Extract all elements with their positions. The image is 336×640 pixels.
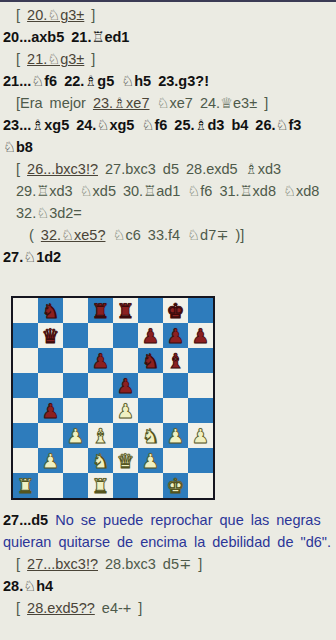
- square-c6: [63, 348, 88, 373]
- text-segment: e4-+ ]: [95, 600, 143, 616]
- square-d6: ♟: [88, 348, 113, 373]
- mainline-moves: 20...axb5 21.♖ed1: [2, 26, 331, 48]
- text-segment: 28.♘h4: [3, 578, 53, 594]
- square-h1: [188, 473, 213, 498]
- mainline-moves: 21...♘f6 22.♗g5 ♘h5 23.g3?!: [2, 70, 331, 92]
- square-h8: [188, 298, 213, 323]
- white-rook-d1: ♜: [92, 476, 110, 496]
- white-pawn-h3: ♟: [192, 426, 210, 446]
- variation-line: [ 20.♘g3± ]: [2, 4, 332, 26]
- text-segment: [: [16, 600, 27, 616]
- black-knight-f6: ♞: [142, 351, 160, 371]
- square-a3: [13, 423, 38, 448]
- text-segment: 20...axb5 21.♖ed1: [3, 29, 129, 45]
- square-b8: ♞: [38, 298, 63, 323]
- black-king-g8: ♚: [167, 301, 185, 321]
- text-segment: 27.♘1d2: [3, 249, 61, 265]
- square-c4: [63, 398, 88, 423]
- white-pawn-f2: ♟: [142, 451, 160, 471]
- white-pawn-b2: ♟: [42, 451, 60, 471]
- square-e1: [113, 473, 138, 498]
- variation-link[interactable]: 27...bxc3!?: [27, 556, 98, 572]
- white-knight-f3: ♞: [142, 426, 160, 446]
- variation-line: [ 27...bxc3!? 28.bxc3 d5∓ ]: [2, 553, 332, 575]
- mainline-moves: 28.♘h4: [2, 575, 331, 597]
- square-f5: [138, 373, 163, 398]
- text-segment: (: [29, 227, 41, 243]
- black-pawn-d6: ♟: [92, 351, 110, 371]
- square-d3: ♝: [88, 423, 113, 448]
- square-b3: [38, 423, 63, 448]
- square-a7: [13, 323, 38, 348]
- square-f6: ♞: [138, 348, 163, 373]
- square-d2: ♞: [88, 448, 113, 473]
- square-a4: [13, 398, 38, 423]
- mainline-moves: 27.♘1d2: [2, 246, 331, 268]
- text-segment: 23...♗xg5 24.♘xg5 ♘f6 25.♗d3 b4 26.♘f3 ♘…: [3, 117, 301, 155]
- square-c7: [63, 323, 88, 348]
- black-pawn-f7: ♟: [142, 326, 160, 346]
- square-a8: [13, 298, 38, 323]
- square-e3: [113, 423, 138, 448]
- square-h2: [188, 448, 213, 473]
- square-e6: [113, 348, 138, 373]
- square-d1: ♜: [88, 473, 113, 498]
- mainline-move-with-comment: 27...d5 No se puede reprochar que las ne…: [2, 509, 331, 553]
- square-f7: ♟: [138, 323, 163, 348]
- square-g8: ♚: [163, 298, 188, 323]
- square-h3: ♟: [188, 423, 213, 448]
- variation-link[interactable]: 28.exd5??: [27, 600, 95, 616]
- square-d8: ♜: [88, 298, 113, 323]
- square-f2: ♟: [138, 448, 163, 473]
- text-segment: ]: [84, 51, 95, 67]
- square-a1: ♜: [13, 473, 38, 498]
- square-f3: ♞: [138, 423, 163, 448]
- square-e2: ♛: [113, 448, 138, 473]
- square-h5: [188, 373, 213, 398]
- square-c3: ♟: [63, 423, 88, 448]
- text-segment: ]: [84, 7, 95, 23]
- square-e8: ♜: [113, 298, 138, 323]
- square-a6: [13, 348, 38, 373]
- white-pawn-g3: ♟: [167, 426, 185, 446]
- variation-link[interactable]: 23.♗xe7: [93, 95, 150, 111]
- text-segment: [: [16, 51, 27, 67]
- black-rook-e8: ♜: [117, 301, 135, 321]
- chess-annotation-page: { "game": "chess", "position": { "fen": …: [0, 0, 336, 640]
- text-segment: [: [16, 161, 27, 177]
- square-b4: ♟: [38, 398, 63, 423]
- annotation-text-top: [ 20.♘g3± ]20...axb5 21.♖ed1[ 21.♘g3± ]2…: [2, 4, 332, 268]
- square-h6: [188, 348, 213, 373]
- variation-line: [Era mejor 23.♗xe7 ♘xe7 24.♕e3± ]: [2, 92, 332, 114]
- square-f4: [138, 398, 163, 423]
- white-bishop-d3: ♝: [92, 426, 110, 446]
- variation-line: [ 26...bxc3!? 27.bxc3 d5 28.exd5 ♗xd3 29…: [2, 158, 332, 224]
- square-a5: [13, 373, 38, 398]
- text-segment: 27...d5: [3, 512, 55, 528]
- black-pawn-h7: ♟: [192, 326, 210, 346]
- white-rook-a1: ♜: [17, 476, 35, 496]
- square-c8: [63, 298, 88, 323]
- annotation-text-bottom: 27...d5 No se puede reprochar que las ne…: [2, 509, 332, 619]
- white-knight-d2: ♞: [92, 451, 110, 471]
- square-c1: [63, 473, 88, 498]
- text-segment: [: [16, 7, 27, 23]
- sub-variation-line: ( 32.♘xe5? ♘c6 33.f4 ♘d7∓ )]: [2, 224, 332, 246]
- square-b7: ♛: [38, 323, 63, 348]
- square-b2: ♟: [38, 448, 63, 473]
- square-g7: ♟: [163, 323, 188, 348]
- square-e5: ♟: [113, 373, 138, 398]
- text-segment: ♘c6 33.f4 ♘d7∓ )]: [105, 227, 244, 243]
- black-pawn-g7: ♟: [167, 326, 185, 346]
- square-f1: [138, 473, 163, 498]
- square-h7: ♟: [188, 323, 213, 348]
- square-g5: [163, 373, 188, 398]
- square-g2: [163, 448, 188, 473]
- black-knight-b8: ♞: [42, 301, 60, 321]
- black-rook-d8: ♜: [92, 301, 110, 321]
- variation-link[interactable]: 20.♘g3±: [27, 7, 84, 23]
- white-pawn-c3: ♟: [67, 426, 85, 446]
- square-g3: ♟: [163, 423, 188, 448]
- mainline-moves: 23...♗xg5 24.♘xg5 ♘f6 25.♗d3 b4 26.♘f3 ♘…: [2, 114, 331, 158]
- variation-link[interactable]: 21.♘g3±: [27, 51, 84, 67]
- square-e7: [113, 323, 138, 348]
- square-a2: [13, 448, 38, 473]
- square-g1: ♚: [163, 473, 188, 498]
- square-g6: ♝: [163, 348, 188, 373]
- black-pawn-e5: ♟: [117, 376, 135, 396]
- black-queen-b7: ♛: [42, 326, 60, 346]
- black-pawn-b4: ♟: [42, 401, 60, 421]
- text-segment: [Era mejor: [16, 95, 93, 111]
- square-e4: ♟: [113, 398, 138, 423]
- square-c2: [63, 448, 88, 473]
- white-queen-e2: ♛: [117, 451, 135, 471]
- variation-line: [ 21.♘g3± ]: [2, 48, 332, 70]
- white-pawn-e4: ♟: [117, 401, 135, 421]
- square-b5: [38, 373, 63, 398]
- square-d7: [88, 323, 113, 348]
- text-segment: 21...♘f6 22.♗g5 ♘h5 23.g3?!: [3, 73, 209, 89]
- square-b6: [38, 348, 63, 373]
- text-segment: ♘xe7 24.♕e3± ]: [149, 95, 268, 111]
- variation-link[interactable]: 32.♘xe5?: [41, 227, 106, 243]
- black-bishop-g6: ♝: [167, 351, 185, 371]
- text-segment: 28.bxc3 d5∓ ]: [98, 556, 202, 572]
- square-g4: [163, 398, 188, 423]
- square-h4: [188, 398, 213, 423]
- square-d5: [88, 373, 113, 398]
- text-segment: [: [16, 556, 27, 572]
- chess-board: ♞♜♜♚♛♟♟♟♟♞♝♟♟♟♟♝♞♟♟♟♞♛♟♜♜♚: [11, 296, 215, 500]
- square-f8: [138, 298, 163, 323]
- square-b1: [38, 473, 63, 498]
- variation-link[interactable]: 26...bxc3!?: [27, 161, 98, 177]
- square-c5: [63, 373, 88, 398]
- variation-line: [ 28.exd5?? e4-+ ]: [2, 597, 332, 619]
- white-king-g1: ♚: [167, 476, 185, 496]
- square-d4: [88, 398, 113, 423]
